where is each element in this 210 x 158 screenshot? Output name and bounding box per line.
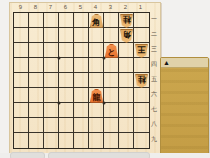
board-square-1九[interactable] [134,133,149,148]
board-square-4四[interactable] [89,58,104,73]
bottom-toolbar [0,153,210,158]
piece-kanji: 龍 [92,92,100,102]
komadai-piece-stand: ▲ [160,57,209,156]
board-grid: 角桂角と王桂龍 [13,12,150,149]
board-square-1二[interactable] [134,28,149,43]
file-label: 5 [73,3,88,12]
file-label: 7 [43,3,58,12]
hoshi-dot [58,57,61,60]
board-square-5八[interactable] [74,118,89,133]
board-square-7四[interactable] [44,58,59,73]
board-square-6一[interactable] [59,13,74,28]
board-square-6二[interactable] [59,28,74,43]
board-square-7五[interactable] [44,73,59,88]
board-square-4八[interactable] [89,118,104,133]
board-square-3四[interactable] [104,58,119,73]
shogi-board: 987654321 一二三四五六七八九 角桂角と王桂龍 [9,2,161,154]
board-square-6九[interactable] [59,133,74,148]
file-label: 1 [133,3,148,12]
board-square-6三[interactable] [59,43,74,58]
file-label: 6 [58,3,73,12]
board-square-8四[interactable] [29,58,44,73]
board-square-9六[interactable] [14,88,29,103]
board-square-5三[interactable] [74,43,89,58]
hoshi-dot [58,102,61,105]
board-square-7三[interactable] [44,43,59,58]
board-square-2五[interactable] [119,73,134,88]
file-coordinates: 987654321 [13,3,148,12]
board-square-5二[interactable] [74,28,89,43]
board-square-5一[interactable] [74,13,89,28]
board-square-2九[interactable] [119,133,134,148]
rank-label: 五 [149,72,159,87]
board-square-5九[interactable] [74,133,89,148]
board-square-5四[interactable] [74,58,89,73]
board-square-8九[interactable] [29,133,44,148]
board-square-2四[interactable] [119,58,134,73]
board-square-3五[interactable] [104,73,119,88]
file-label: 9 [13,3,28,12]
board-square-9八[interactable] [14,118,29,133]
board-square-6四[interactable] [59,58,74,73]
piece-kanji: 角 [122,29,130,39]
sente-turn-marker: ▲ [163,58,170,67]
board-square-3七[interactable] [104,103,119,118]
file-label: 4 [88,3,103,12]
board-square-1七[interactable] [134,103,149,118]
board-square-5七[interactable] [74,103,89,118]
hoshi-dot [103,102,106,105]
toolbar-button[interactable] [10,152,45,158]
file-label: 3 [103,3,118,12]
board-square-5五[interactable] [74,73,89,88]
rank-label: 一 [149,12,159,27]
piece-kanji: 桂 [122,14,130,24]
board-square-4九[interactable] [89,133,104,148]
board-square-2六[interactable] [119,88,134,103]
board-square-5六[interactable] [74,88,89,103]
rank-label: 三 [149,42,159,57]
file-label: 2 [118,3,133,12]
tsume-shogi-widget: 987654321 一二三四五六七八九 角桂角と王桂龍 ▲ [0,0,210,158]
board-square-1八[interactable] [134,118,149,133]
board-square-3六[interactable] [104,88,119,103]
board-square-6七[interactable] [59,103,74,118]
board-square-8一[interactable] [29,13,44,28]
board-square-8六[interactable] [29,88,44,103]
piece-kanji: と [107,47,115,57]
board-square-8八[interactable] [29,118,44,133]
board-square-1六[interactable] [134,88,149,103]
board-square-7二[interactable] [44,28,59,43]
rank-label: 二 [149,27,159,42]
toolbar-button[interactable] [48,152,150,158]
board-square-9五[interactable] [14,73,29,88]
board-square-4七[interactable] [89,103,104,118]
board-square-9七[interactable] [14,103,29,118]
rank-label: 六 [149,87,159,102]
rank-label: 八 [149,117,159,132]
board-square-3八[interactable] [104,118,119,133]
board-square-4二[interactable] [89,28,104,43]
board-square-2八[interactable] [119,118,134,133]
board-square-7八[interactable] [44,118,59,133]
sente-hand-header: ▲ [161,58,208,68]
board-square-7七[interactable] [44,103,59,118]
board-square-6五[interactable] [59,73,74,88]
board-square-8五[interactable] [29,73,44,88]
board-square-3二[interactable] [104,28,119,43]
rank-label: 七 [149,102,159,117]
piece-kanji: 角 [92,17,100,27]
board-square-9四[interactable] [14,58,29,73]
piece-kanji: 王 [137,44,145,54]
rank-label: 九 [149,132,159,147]
board-square-1一[interactable] [134,13,149,28]
board-square-4三[interactable] [89,43,104,58]
file-label: 8 [28,3,43,12]
board-square-4五[interactable] [89,73,104,88]
board-square-8二[interactable] [29,28,44,43]
board-square-3一[interactable] [104,13,119,28]
board-square-9九[interactable] [14,133,29,148]
board-square-9一[interactable] [14,13,29,28]
board-square-3九[interactable] [104,133,119,148]
board-square-2七[interactable] [119,103,134,118]
board-square-6六[interactable] [59,88,74,103]
board-square-7六[interactable] [44,88,59,103]
board-square-2三[interactable] [119,43,134,58]
rank-coordinates: 一二三四五六七八九 [149,12,159,147]
board-square-8三[interactable] [29,43,44,58]
piece-kanji: 桂 [137,74,145,84]
hoshi-dot [103,57,106,60]
board-square-1四[interactable] [134,58,149,73]
board-square-8七[interactable] [29,103,44,118]
rank-label: 四 [149,57,159,72]
board-square-9三[interactable] [14,43,29,58]
board-square-7九[interactable] [44,133,59,148]
board-square-6八[interactable] [59,118,74,133]
board-square-9二[interactable] [14,28,29,43]
board-square-7一[interactable] [44,13,59,28]
